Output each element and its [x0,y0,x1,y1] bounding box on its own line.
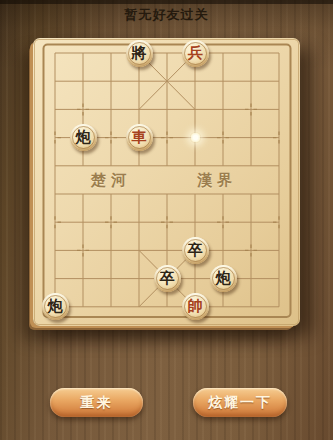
status-bar-strip [0,0,333,4]
red-chariot-piece[interactable]: 車 [126,124,153,151]
black-cannon-piece[interactable]: 炮 [70,124,97,151]
highlight-dot [190,132,201,143]
piece-character: 炮 [216,271,231,286]
piece-character: 將 [132,45,147,60]
red-general-piece[interactable]: 帥 [182,293,209,320]
piece-character: 炮 [48,299,63,314]
piece-grid: 將兵炮車卒卒炮帥炮 [41,39,293,321]
piece-character: 卒 [188,242,203,257]
app-screen: 暂无好友过关 楚河 漢界 將兵炮車卒卒炮帥炮 重来 炫耀一下 [0,0,333,440]
piece-character: 兵 [188,45,203,60]
restart-button[interactable]: 重来 [50,388,143,417]
black-cannon-piece[interactable]: 炮 [210,265,237,292]
black-cannon-piece[interactable]: 炮 [42,293,69,320]
red-soldier-piece[interactable]: 兵 [182,40,209,67]
xiangqi-board[interactable]: 楚河 漢界 將兵炮車卒卒炮帥炮 [33,38,300,326]
piece-character: 車 [132,130,147,145]
piece-character: 炮 [76,130,91,145]
black-general-piece[interactable]: 將 [126,40,153,67]
showoff-button[interactable]: 炫耀一下 [193,388,287,417]
black-soldier-piece[interactable]: 卒 [154,265,181,292]
page-title: 暂无好友过关 [0,6,333,24]
black-soldier-piece[interactable]: 卒 [182,237,209,264]
piece-character: 帥 [188,299,203,314]
piece-character: 卒 [160,271,175,286]
